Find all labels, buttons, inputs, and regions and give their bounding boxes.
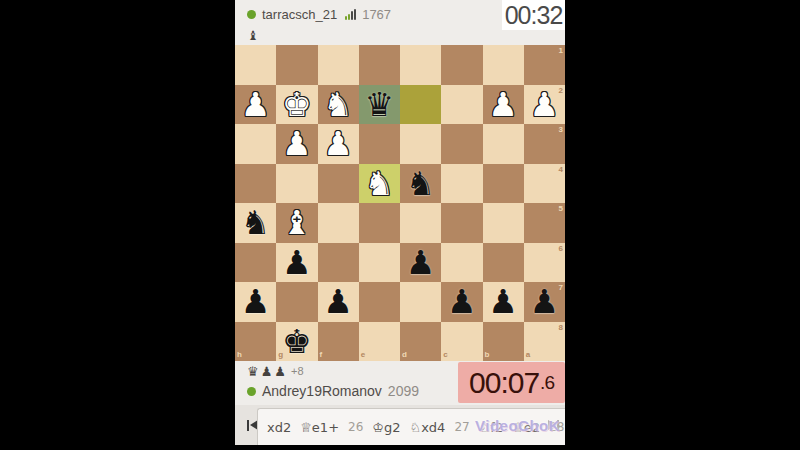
skip-end-icon <box>557 420 559 431</box>
square-d4[interactable]: ♞ <box>400 164 441 204</box>
square-e4[interactable]: ♞ <box>359 164 400 204</box>
captured-bishop-icon: ♝ <box>247 29 259 42</box>
file-label-d: d <box>402 351 407 359</box>
black-pawn-f7: ♟ <box>318 282 359 322</box>
square-a8[interactable]: 8a <box>524 322 565 362</box>
square-b4[interactable] <box>483 164 524 204</box>
black-knight-d4: ♞ <box>400 164 441 204</box>
square-e3[interactable] <box>359 124 400 164</box>
captured-queen-icon: ♛ <box>247 365 259 378</box>
rank-label-8: 8 <box>559 324 563 332</box>
move-item[interactable]: ♔g2 <box>372 420 400 435</box>
square-h1[interactable] <box>235 45 276 85</box>
square-f8[interactable]: f <box>318 322 359 362</box>
file-label-c: c <box>443 351 447 359</box>
file-label-b: b <box>485 351 490 359</box>
square-g3[interactable]: ♟ <box>276 124 317 164</box>
captured-pawn-icon: ♟ <box>261 365 273 378</box>
move-item[interactable]: ♕e2 <box>512 420 540 435</box>
rank-label-2: 2 <box>559 87 563 95</box>
captured-pawn-icon: ♟ <box>274 365 286 378</box>
square-d3[interactable] <box>400 124 441 164</box>
black-pawn-c7: ♟ <box>441 282 482 322</box>
square-f7[interactable]: ♟ <box>318 282 359 322</box>
square-g4[interactable] <box>276 164 317 204</box>
square-h7[interactable]: ♟ <box>235 282 276 322</box>
square-b5[interactable] <box>483 203 524 243</box>
white-pawn-b2: ♟ <box>483 85 524 125</box>
black-pawn-g6: ♟ <box>276 243 317 283</box>
square-a6[interactable]: 6 <box>524 243 565 283</box>
square-b1[interactable] <box>483 45 524 85</box>
square-e1[interactable] <box>359 45 400 85</box>
square-f4[interactable] <box>318 164 359 204</box>
rank-label-5: 5 <box>559 205 563 213</box>
signal-strength-icon <box>345 9 356 20</box>
square-d8[interactable]: d <box>400 322 441 362</box>
square-a2[interactable]: ♟2 <box>524 85 565 125</box>
square-c3[interactable] <box>441 124 482 164</box>
white-bishop-g5: ♝ <box>276 203 317 243</box>
square-a4[interactable]: 4 <box>524 164 565 204</box>
square-b3[interactable] <box>483 124 524 164</box>
file-label-g: g <box>278 351 283 359</box>
square-c6[interactable] <box>441 243 482 283</box>
skip-to-end-button[interactable] <box>543 405 563 445</box>
top-player-name: tarracsch_21 <box>262 7 337 22</box>
square-e5[interactable] <box>359 203 400 243</box>
square-e6[interactable] <box>359 243 400 283</box>
move-list: xd2♕e1+26♔g2♘xd427♘f2♕e228♘e4 <box>267 419 565 436</box>
square-d2[interactable] <box>400 85 441 125</box>
square-g2[interactable]: ♚ <box>276 85 317 125</box>
rank-label-1: 1 <box>559 47 563 55</box>
square-e2[interactable]: ♛ <box>359 85 400 125</box>
square-a5[interactable]: 5 <box>524 203 565 243</box>
square-b8[interactable]: b <box>483 322 524 362</box>
move-item[interactable]: xd2 <box>267 420 291 435</box>
top-player-row: tarracsch_21 1767 <box>247 7 391 22</box>
square-g5[interactable]: ♝ <box>276 203 317 243</box>
online-dot <box>247 10 256 19</box>
square-d1[interactable] <box>400 45 441 85</box>
white-pawn-g3: ♟ <box>276 124 317 164</box>
white-knight-e4: ♞ <box>359 164 400 204</box>
move-item[interactable]: ♕e1+ <box>300 420 339 435</box>
square-a1[interactable]: 1 <box>524 45 565 85</box>
chess-board: 1♟♚♞♛♟♟2♟♟3♞♞4♞♝5♟♟6♟♟♟♟♟7h♚gfedcb8a <box>235 45 565 361</box>
square-f1[interactable] <box>318 45 359 85</box>
square-h4[interactable] <box>235 164 276 204</box>
square-f3[interactable]: ♟ <box>318 124 359 164</box>
top-captured-tray: ♝ <box>247 29 259 42</box>
square-f2[interactable]: ♞ <box>318 85 359 125</box>
bottom-clock-main: 00:07 <box>469 366 539 400</box>
square-d7[interactable] <box>400 282 441 322</box>
rank-label-6: 6 <box>559 245 563 253</box>
square-h3[interactable] <box>235 124 276 164</box>
rank-label-3: 3 <box>559 126 563 134</box>
square-h5[interactable]: ♞ <box>235 203 276 243</box>
square-e7[interactable] <box>359 282 400 322</box>
square-h2[interactable]: ♟ <box>235 85 276 125</box>
skip-end-icon <box>548 420 556 430</box>
rank-label-4: 4 <box>559 166 563 174</box>
bottom-clock-tenths: .6 <box>540 372 554 394</box>
file-label-e: e <box>361 351 365 359</box>
black-pawn-d6: ♟ <box>400 243 441 283</box>
bottom-player-bar: ♛♟♟+8 Andrey19Romanov 2099 00:07.6 <box>235 361 565 405</box>
move-item[interactable]: ♘f2 <box>479 420 504 435</box>
square-c8[interactable]: c <box>441 322 482 362</box>
square-h8[interactable]: h <box>235 322 276 362</box>
material-advantage: +8 <box>291 366 304 377</box>
square-c1[interactable] <box>441 45 482 85</box>
move-number: 26 <box>348 420 363 434</box>
bottom-player-name: Andrey19Romanov <box>262 383 382 399</box>
bottom-clock: 00:07.6 <box>458 362 565 403</box>
white-pawn-h2: ♟ <box>235 85 276 125</box>
white-knight-f2: ♞ <box>318 85 359 125</box>
square-c7[interactable]: ♟ <box>441 282 482 322</box>
square-h6[interactable] <box>235 243 276 283</box>
top-player-rating: 1767 <box>362 7 391 22</box>
square-b7[interactable]: ♟ <box>483 282 524 322</box>
move-number: 27 <box>454 420 469 434</box>
square-f5[interactable] <box>318 203 359 243</box>
black-pawn-b7: ♟ <box>483 282 524 322</box>
rank-label-7: 7 <box>559 284 563 292</box>
online-dot <box>247 387 256 396</box>
square-g6[interactable]: ♟ <box>276 243 317 283</box>
square-g8[interactable]: ♚g <box>276 322 317 362</box>
file-label-h: h <box>237 351 242 359</box>
square-g1[interactable] <box>276 45 317 85</box>
chess-app: tarracsch_21 1767 ♝ 00:32 1♟♚♞♛♟♟2♟♟3♞♞4… <box>235 0 565 445</box>
top-clock: 00:32 <box>502 0 565 30</box>
bottom-captured-tray: ♛♟♟+8 <box>247 365 304 378</box>
move-bar: xd2♕e1+26♔g2♘xd427♘f2♕e228♘e4 <box>235 405 565 445</box>
square-g7[interactable] <box>276 282 317 322</box>
square-d6[interactable]: ♟ <box>400 243 441 283</box>
square-f6[interactable] <box>318 243 359 283</box>
square-c4[interactable] <box>441 164 482 204</box>
top-player-bar: tarracsch_21 1767 ♝ 00:32 <box>235 0 565 45</box>
square-c5[interactable] <box>441 203 482 243</box>
bottom-player-row: Andrey19Romanov 2099 <box>247 383 419 399</box>
move-item[interactable]: ♘xd4 <box>410 420 446 435</box>
square-c2[interactable] <box>441 85 482 125</box>
square-b2[interactable]: ♟ <box>483 85 524 125</box>
square-a7[interactable]: ♟7 <box>524 282 565 322</box>
square-b6[interactable] <box>483 243 524 283</box>
bottom-player-rating: 2099 <box>388 383 419 399</box>
move-list-panel: xd2♕e1+26♔g2♘xd427♘f2♕e228♘e4 <box>257 408 565 445</box>
square-a3[interactable]: 3 <box>524 124 565 164</box>
square-e8[interactable]: e <box>359 322 400 362</box>
black-queen-e2: ♛ <box>359 85 400 125</box>
square-d5[interactable] <box>400 203 441 243</box>
white-king-g2: ♚ <box>276 85 317 125</box>
white-pawn-f3: ♟ <box>318 124 359 164</box>
letterboxed-video-frame: tarracsch_21 1767 ♝ 00:32 1♟♚♞♛♟♟2♟♟3♞♞4… <box>0 0 800 450</box>
black-pawn-h7: ♟ <box>235 282 276 322</box>
file-label-a: a <box>526 351 530 359</box>
skip-start-icon <box>247 420 249 431</box>
file-label-f: f <box>320 351 323 359</box>
black-knight-h5: ♞ <box>235 203 276 243</box>
